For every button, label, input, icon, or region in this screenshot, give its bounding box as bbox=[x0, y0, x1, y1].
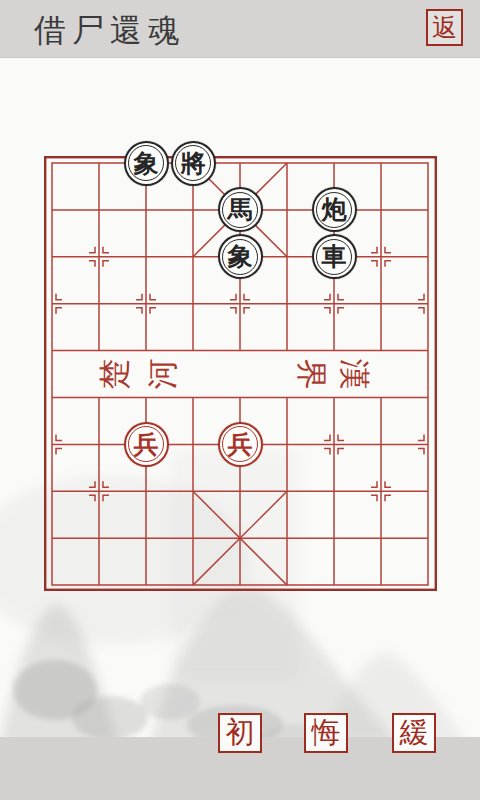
black-chariot-piece[interactable]: 車 bbox=[312, 234, 357, 279]
black-cannon-piece[interactable]: 炮 bbox=[312, 187, 357, 232]
undo-button[interactable]: 悔 bbox=[304, 713, 348, 753]
piece-character: 馬 bbox=[228, 197, 253, 222]
piece-character: 兵 bbox=[134, 432, 159, 457]
board[interactable]: 象將馬炮象車兵兵楚河界漢 bbox=[44, 156, 437, 591]
piece-character: 象 bbox=[134, 151, 159, 176]
restart-button[interactable]: 初 bbox=[218, 713, 262, 753]
piece-character: 象 bbox=[228, 244, 253, 269]
piece-character: 兵 bbox=[228, 432, 253, 457]
piece-character: 將 bbox=[181, 151, 206, 176]
black-horse-piece[interactable]: 馬 bbox=[218, 187, 263, 232]
piece-character: 炮 bbox=[322, 197, 347, 222]
page-title: 借尸還魂 bbox=[34, 10, 186, 50]
title-bar: 借尸還魂 返 bbox=[0, 0, 480, 58]
black-elephant-piece[interactable]: 象 bbox=[218, 234, 263, 279]
red-soldier-piece[interactable]: 兵 bbox=[124, 422, 169, 467]
back-button[interactable]: 返 bbox=[426, 9, 463, 46]
black-general-piece[interactable]: 將 bbox=[171, 141, 216, 186]
black-elephant-piece[interactable]: 象 bbox=[124, 141, 169, 186]
red-soldier-piece[interactable]: 兵 bbox=[218, 422, 263, 467]
slow-button[interactable]: 緩 bbox=[392, 713, 436, 753]
piece-character: 車 bbox=[322, 244, 347, 269]
